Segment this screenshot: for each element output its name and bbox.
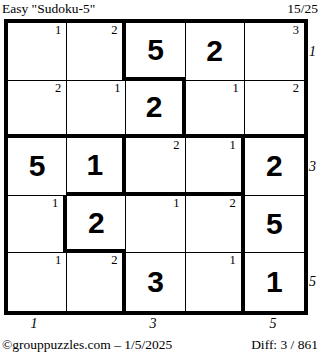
pencil-clue: 1 (173, 196, 179, 210)
pencil-clue: 2 (293, 81, 299, 95)
cell-r4c4[interactable]: 2 (186, 196, 245, 254)
given-digit: 2 (206, 36, 223, 66)
cell-r4c5: 5 (245, 196, 304, 254)
pencil-clue: 1 (233, 81, 239, 95)
cell-r5c4[interactable]: 1 (186, 253, 245, 311)
page-title: Easy "Sudoku-5" (2, 1, 95, 17)
given-digit: 3 (147, 267, 164, 297)
cell-r1c2[interactable]: 2 (67, 23, 126, 81)
col-label-5: 5 (263, 316, 283, 332)
pencil-clue: 2 (55, 81, 61, 95)
difficulty-text: Diff: 3 / 861 (251, 337, 318, 353)
row-label-3: 3 (309, 159, 320, 175)
cell-r1c4: 2 (186, 23, 245, 81)
cell-r2c2[interactable]: 1 (67, 81, 126, 139)
cell-r1c3: 5 (126, 23, 185, 81)
row-label-1: 1 (309, 44, 320, 60)
cell-r4c2: 2 (67, 196, 126, 254)
cell-r3c2: 1 (67, 138, 126, 196)
pencil-clue: 1 (230, 138, 236, 152)
puzzle-counter: 15/25 (287, 1, 318, 17)
given-digit: 5 (266, 209, 283, 239)
cell-r2c1[interactable]: 2 (8, 81, 67, 139)
cell-r4c3[interactable]: 1 (126, 196, 185, 254)
cell-r5c1[interactable]: 1 (8, 253, 67, 311)
given-digit: 2 (266, 151, 283, 181)
given-digit: 1 (266, 267, 283, 297)
cell-r2c4[interactable]: 1 (186, 81, 245, 139)
cell-r2c3: 2 (126, 81, 185, 139)
pencil-clue: 2 (111, 253, 117, 267)
given-digit: 5 (29, 151, 46, 181)
puzzle-page: Easy "Sudoku-5" 15/25 125232121251212121… (0, 0, 320, 355)
col-label-1: 1 (24, 316, 44, 332)
col-label-3: 3 (143, 316, 163, 332)
cell-r1c5[interactable]: 3 (245, 23, 304, 81)
pencil-clue: 1 (55, 253, 61, 267)
pencil-clue: 1 (230, 253, 236, 267)
cell-r3c1: 5 (8, 138, 67, 196)
cell-r1c1[interactable]: 1 (8, 23, 67, 81)
pencil-clue: 1 (52, 196, 58, 210)
given-digit: 2 (146, 92, 163, 122)
cell-r4c1[interactable]: 1 (8, 196, 67, 254)
pencil-clue: 3 (293, 23, 299, 37)
cell-r5c2[interactable]: 2 (67, 253, 126, 311)
cell-r5c5: 1 (245, 253, 304, 311)
cell-r3c3[interactable]: 2 (126, 138, 185, 196)
pencil-clue: 2 (111, 23, 117, 37)
copyright-text: ©grouppuzzles.com – 1/5/2025 (2, 337, 172, 353)
cell-r3c5: 2 (245, 138, 304, 196)
given-digit: 1 (86, 150, 103, 180)
row-label-5: 5 (309, 274, 320, 290)
given-digit: 2 (88, 208, 105, 238)
pencil-clue: 2 (230, 196, 236, 210)
pencil-clue: 1 (114, 81, 120, 95)
pencil-clue: 2 (173, 138, 179, 152)
cell-r2c5[interactable]: 2 (245, 81, 304, 139)
cell-r5c3: 3 (126, 253, 185, 311)
sudoku-board: 1252321212512121212512311 (4, 19, 308, 315)
pencil-clue: 1 (55, 23, 61, 37)
given-digit: 5 (147, 35, 164, 65)
cell-r3c4[interactable]: 1 (186, 138, 245, 196)
